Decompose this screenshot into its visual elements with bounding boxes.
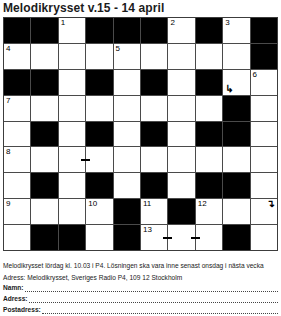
grid-cell[interactable] — [168, 96, 194, 121]
grid-cell[interactable] — [86, 225, 112, 250]
grid-cell-black — [223, 96, 249, 121]
grid-cell[interactable] — [4, 122, 30, 147]
grid-cell[interactable] — [86, 96, 112, 121]
grid-cell-black — [86, 18, 112, 43]
grid-cell-black — [168, 199, 194, 224]
grid-cell[interactable] — [168, 70, 194, 95]
clue-number: 1 — [61, 19, 65, 27]
grid-cell[interactable] — [168, 122, 194, 147]
grid-cell[interactable] — [31, 96, 57, 121]
crossword-page: Melodikrysset v.15 - 14 april 12345↳6789… — [0, 0, 281, 316]
name-input-line[interactable] — [25, 286, 278, 292]
grid-cell-black — [114, 225, 140, 250]
grid-cell[interactable]: 10 — [86, 199, 112, 224]
grid-cell[interactable]: 2 — [168, 18, 194, 43]
grid-cell[interactable]: 3 — [223, 18, 249, 43]
grid-cell-black — [31, 122, 57, 147]
grid-cell-black — [251, 44, 277, 69]
grid-cell-black — [141, 173, 167, 198]
grid-cell-black — [141, 18, 167, 43]
grid-cell[interactable]: ↴ — [251, 199, 277, 224]
clue-number: 4 — [6, 45, 10, 53]
grid-cell-black — [141, 70, 167, 95]
crossword-grid: 12345↳6789101112↴13 — [3, 17, 278, 251]
grid-cell-black — [59, 225, 85, 250]
grid-cell[interactable] — [4, 173, 30, 198]
grid-cell-black — [196, 173, 222, 198]
grid-cell[interactable] — [59, 122, 85, 147]
grid-cell[interactable] — [59, 199, 85, 224]
grid-cell[interactable]: 8 — [4, 147, 30, 172]
grid-cell-black — [31, 173, 57, 198]
grid-cell[interactable]: 12 — [196, 199, 222, 224]
grid-cell-black — [196, 18, 222, 43]
grid-cell-black — [251, 18, 277, 43]
grid-cell[interactable] — [223, 147, 249, 172]
arrow-down-right-icon: ↳ — [225, 84, 233, 94]
grid-cell[interactable]: ↳ — [223, 70, 249, 95]
grid-cell-black — [114, 199, 140, 224]
clue-number: 7 — [6, 97, 10, 105]
address-form-row: Adress: — [3, 296, 278, 303]
grid-cell[interactable] — [196, 44, 222, 69]
hyphen-mark — [191, 237, 200, 239]
grid-cell[interactable] — [223, 199, 249, 224]
clue-number: 11 — [143, 200, 151, 208]
grid-cell[interactable] — [59, 44, 85, 69]
grid-cell[interactable] — [251, 122, 277, 147]
postal-form-row: Postadress: — [3, 307, 278, 314]
grid-cell-black — [141, 122, 167, 147]
address-label: Adress: — [3, 296, 28, 303]
clue-number: 13 — [143, 226, 152, 234]
grid-cell[interactable] — [114, 122, 140, 147]
grid-cell[interactable] — [31, 44, 57, 69]
clue-number: 3 — [225, 19, 229, 27]
grid-cell[interactable] — [196, 96, 222, 121]
grid-cell[interactable]: 11 — [141, 199, 167, 224]
grid-cell[interactable] — [114, 147, 140, 172]
arrow-right-down-icon: ↴ — [267, 199, 275, 209]
clue-number: 8 — [6, 148, 10, 156]
grid-cell[interactable] — [251, 225, 277, 250]
grid-cell[interactable] — [59, 173, 85, 198]
clue-number: 5 — [116, 45, 120, 53]
grid-cell[interactable] — [168, 147, 194, 172]
grid-cell[interactable] — [59, 96, 85, 121]
grid-cell[interactable] — [59, 147, 85, 172]
grid-cell-black — [114, 18, 140, 43]
grid-cell-black — [196, 70, 222, 95]
grid-cell[interactable] — [168, 173, 194, 198]
broadcast-info-line: Melodikrysset lördag kl. 10.03 i P4. Lös… — [3, 263, 278, 270]
grid-cell[interactable]: 7 — [4, 96, 30, 121]
grid-cell[interactable] — [4, 225, 30, 250]
clue-number: 6 — [253, 71, 257, 79]
grid-cell[interactable] — [114, 70, 140, 95]
clue-number: 12 — [198, 200, 207, 208]
grid-cell[interactable] — [31, 199, 57, 224]
grid-cell-black — [223, 225, 249, 250]
grid-cell[interactable] — [168, 44, 194, 69]
grid-cell[interactable]: 9 — [4, 199, 30, 224]
grid-cell[interactable] — [31, 147, 57, 172]
clue-number: 9 — [6, 200, 10, 208]
grid-cell-black — [86, 70, 112, 95]
grid-cell[interactable] — [251, 147, 277, 172]
grid-cell-black — [196, 122, 222, 147]
grid-cell[interactable]: 13 — [141, 225, 167, 250]
postal-input-line[interactable] — [42, 308, 278, 314]
grid-cell[interactable] — [223, 44, 249, 69]
name-label: Namn: — [3, 285, 24, 292]
grid-cell[interactable] — [86, 44, 112, 69]
grid-cell-black — [86, 122, 112, 147]
grid-cell-black — [223, 122, 249, 147]
grid-cell-black — [86, 173, 112, 198]
grid-cell[interactable]: 5 — [114, 44, 140, 69]
grid-cell[interactable] — [196, 147, 222, 172]
grid-cell-black — [31, 18, 57, 43]
grid-cell[interactable] — [59, 70, 85, 95]
mailing-address-line: Adress: Melodikrysset, Sveriges Radio P4… — [3, 275, 278, 282]
grid-cell[interactable]: 6 — [251, 70, 277, 95]
grid-cell[interactable]: 1 — [59, 18, 85, 43]
grid-cell[interactable] — [141, 147, 167, 172]
grid-cell[interactable] — [251, 96, 277, 121]
grid-cell[interactable] — [114, 96, 140, 121]
hyphen-mark — [81, 159, 90, 161]
grid-cell-black — [31, 70, 57, 95]
grid-cell[interactable]: 4 — [4, 44, 30, 69]
page-title: Melodikrysset v.15 - 14 april — [3, 1, 164, 15]
grid-cell[interactable] — [141, 44, 167, 69]
grid-cell-black — [4, 70, 30, 95]
grid-cell[interactable] — [141, 96, 167, 121]
grid-cell-black — [4, 18, 30, 43]
postal-label: Postadress: — [3, 307, 41, 314]
grid-cell[interactable] — [251, 173, 277, 198]
address-input-line[interactable] — [29, 297, 278, 303]
hyphen-mark — [163, 237, 172, 239]
clue-number: 10 — [88, 200, 97, 208]
clue-number: 2 — [170, 19, 174, 27]
grid-cell[interactable] — [114, 173, 140, 198]
name-form-row: Namn: — [3, 285, 278, 292]
grid-cell-black — [31, 225, 57, 250]
grid-cell-black — [223, 173, 249, 198]
